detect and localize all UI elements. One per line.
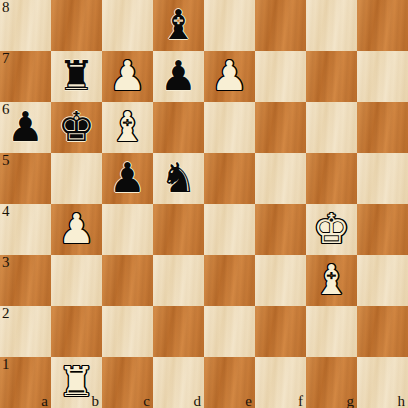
square-e7[interactable]: ♟ [204,51,255,102]
square-e4[interactable] [204,204,255,255]
rank-label-7: 7 [2,50,10,67]
square-g6[interactable] [306,102,357,153]
chess-board: 8♝7♜♟♟♟6♟♚♝5♟♞4♟♚3♝21ab♜cdefgh [0,0,408,408]
square-c4[interactable] [102,204,153,255]
square-d3[interactable] [153,255,204,306]
square-d4[interactable] [153,204,204,255]
piece-white-king[interactable]: ♚ [306,204,357,255]
square-h1[interactable]: h [357,357,408,408]
square-b6[interactable]: ♚ [51,102,102,153]
square-b5[interactable] [51,153,102,204]
square-b1[interactable]: b♜ [51,357,102,408]
square-f4[interactable] [255,204,306,255]
file-label-f: f [298,393,303,408]
file-label-d: d [194,393,202,408]
square-e5[interactable] [204,153,255,204]
square-g3[interactable]: ♝ [306,255,357,306]
square-c6[interactable]: ♝ [102,102,153,153]
piece-white-pawn[interactable]: ♟ [204,51,255,102]
square-h5[interactable] [357,153,408,204]
file-label-a: a [41,393,48,408]
rank-label-1: 1 [2,356,10,373]
square-c1[interactable]: c [102,357,153,408]
square-e3[interactable] [204,255,255,306]
piece-white-rook[interactable]: ♜ [51,357,102,408]
square-h4[interactable] [357,204,408,255]
piece-white-bishop[interactable]: ♝ [102,102,153,153]
rank-label-4: 4 [2,203,10,220]
file-label-e: e [245,393,252,408]
rank-label-3: 3 [2,254,10,271]
square-a5[interactable]: 5 [0,153,51,204]
square-c7[interactable]: ♟ [102,51,153,102]
square-a3[interactable]: 3 [0,255,51,306]
file-label-c: c [143,393,150,408]
piece-black-king[interactable]: ♚ [51,102,102,153]
square-f2[interactable] [255,306,306,357]
square-b3[interactable] [51,255,102,306]
square-g5[interactable] [306,153,357,204]
piece-black-pawn[interactable]: ♟ [0,102,51,153]
square-d1[interactable]: d [153,357,204,408]
square-h8[interactable] [357,0,408,51]
square-a1[interactable]: 1a [0,357,51,408]
square-c3[interactable] [102,255,153,306]
square-h6[interactable] [357,102,408,153]
square-g2[interactable] [306,306,357,357]
square-h2[interactable] [357,306,408,357]
square-b4[interactable]: ♟ [51,204,102,255]
file-label-h: h [398,393,406,408]
square-a8[interactable]: 8 [0,0,51,51]
square-g8[interactable] [306,0,357,51]
square-d7[interactable]: ♟ [153,51,204,102]
square-h3[interactable] [357,255,408,306]
square-d2[interactable] [153,306,204,357]
square-a7[interactable]: 7 [0,51,51,102]
piece-black-knight[interactable]: ♞ [153,153,204,204]
square-f8[interactable] [255,0,306,51]
square-g4[interactable]: ♚ [306,204,357,255]
square-a2[interactable]: 2 [0,306,51,357]
square-d6[interactable] [153,102,204,153]
piece-black-pawn[interactable]: ♟ [153,51,204,102]
piece-black-pawn[interactable]: ♟ [102,153,153,204]
square-c8[interactable] [102,0,153,51]
square-g1[interactable]: g [306,357,357,408]
piece-black-rook[interactable]: ♜ [51,51,102,102]
square-h7[interactable] [357,51,408,102]
piece-white-bishop[interactable]: ♝ [306,255,357,306]
rank-label-5: 5 [2,152,10,169]
square-a6[interactable]: 6♟ [0,102,51,153]
square-e1[interactable]: e [204,357,255,408]
square-d5[interactable]: ♞ [153,153,204,204]
square-g7[interactable] [306,51,357,102]
square-e8[interactable] [204,0,255,51]
square-c5[interactable]: ♟ [102,153,153,204]
piece-black-bishop[interactable]: ♝ [153,0,204,51]
rank-label-2: 2 [2,305,10,322]
square-b2[interactable] [51,306,102,357]
square-b7[interactable]: ♜ [51,51,102,102]
square-f3[interactable] [255,255,306,306]
piece-white-pawn[interactable]: ♟ [51,204,102,255]
file-label-g: g [347,393,355,408]
square-f7[interactable] [255,51,306,102]
square-e6[interactable] [204,102,255,153]
square-d8[interactable]: ♝ [153,0,204,51]
square-c2[interactable] [102,306,153,357]
piece-white-pawn[interactable]: ♟ [102,51,153,102]
square-e2[interactable] [204,306,255,357]
square-b8[interactable] [51,0,102,51]
square-a4[interactable]: 4 [0,204,51,255]
square-f6[interactable] [255,102,306,153]
square-f5[interactable] [255,153,306,204]
rank-label-8: 8 [2,0,10,16]
square-f1[interactable]: f [255,357,306,408]
